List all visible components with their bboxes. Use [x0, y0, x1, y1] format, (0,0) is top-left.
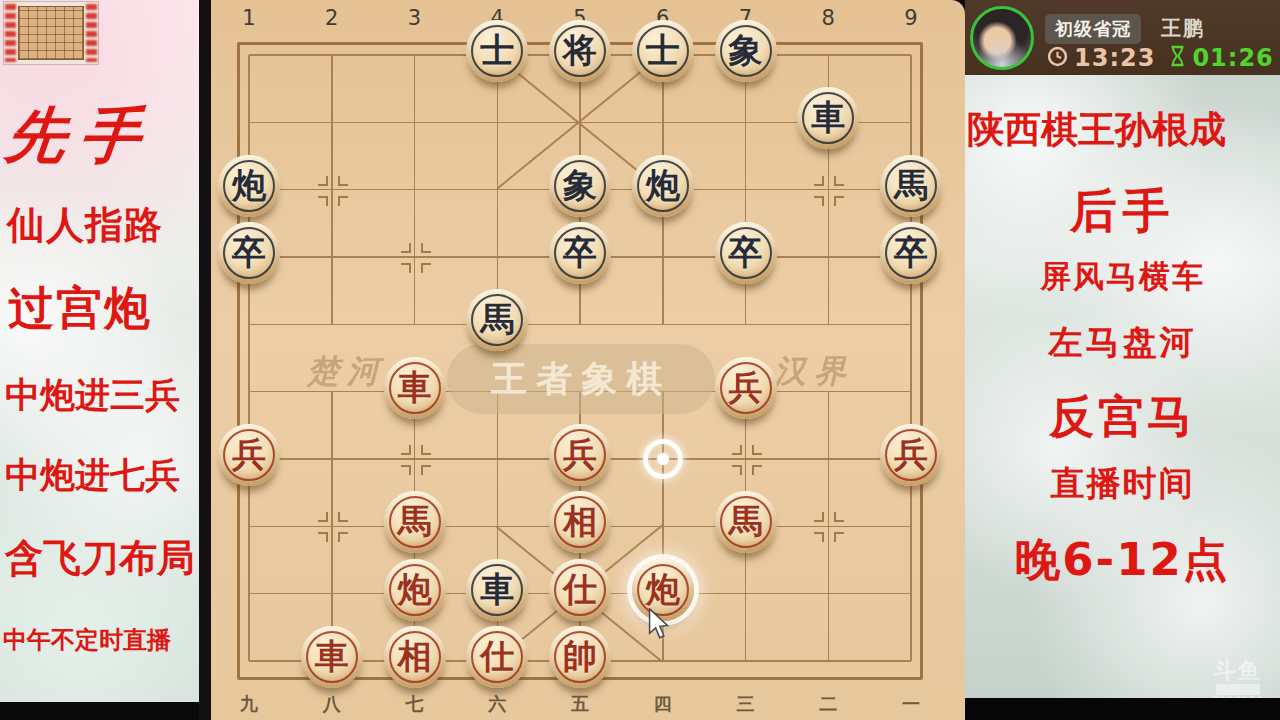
- piece-character: 車: [398, 370, 432, 404]
- piece-black-士[interactable]: 士: [632, 20, 694, 82]
- piece-character: 相: [398, 639, 432, 673]
- right-info-panel: 陕西棋王孙根成 后手 屏风马横车 左马盘河 反宫马 直播时间 晚6-12点 斗鱼…: [965, 75, 1280, 698]
- piece-character: 車: [480, 572, 514, 606]
- main-timer: 13:23: [1074, 44, 1155, 72]
- piece-character: 馬: [480, 302, 514, 336]
- file-label-bottom: 一: [891, 692, 931, 716]
- board-watermark: 王者象棋: [447, 344, 715, 414]
- piece-red-車[interactable]: 車: [301, 626, 363, 688]
- piece-black-炮[interactable]: 炮: [218, 155, 280, 217]
- file-label-bottom: 二: [808, 692, 848, 716]
- opening-name-8: 反宫马: [965, 387, 1280, 447]
- file-label-bottom: 九: [229, 692, 269, 716]
- move-origin-marker: [643, 439, 683, 479]
- player-avatar[interactable]: [970, 6, 1034, 70]
- logo-mini-board: [18, 6, 84, 60]
- piece-red-相[interactable]: 相: [384, 626, 446, 688]
- douyu-watermark: 斗鱼 2293920: [1203, 660, 1273, 698]
- douyu-logo: 斗鱼: [1203, 660, 1273, 682]
- piece-character: 炮: [232, 168, 266, 202]
- piece-red-相[interactable]: 相: [549, 491, 611, 553]
- piece-red-兵[interactable]: 兵: [715, 357, 777, 419]
- piece-black-馬[interactable]: 馬: [880, 155, 942, 217]
- opening-name-5: 含飞刀布局: [5, 533, 199, 584]
- stream-schedule-note: 中午不定时直播: [3, 624, 199, 656]
- opening-name-1: 仙人指路: [7, 200, 199, 251]
- piece-character: 将: [563, 33, 597, 67]
- piece-red-馬[interactable]: 馬: [715, 491, 777, 553]
- piece-character: 兵: [894, 437, 928, 471]
- file-label-bottom: 五: [560, 692, 600, 716]
- piece-character: 兵: [232, 437, 266, 471]
- piece-character: 炮: [646, 168, 680, 202]
- piece-black-卒[interactable]: 卒: [218, 222, 280, 284]
- piece-red-馬[interactable]: 馬: [384, 491, 446, 553]
- opening-name-4: 中炮进七兵: [5, 452, 199, 499]
- panel-separator: [199, 0, 211, 720]
- opening-name-3: 中炮进三兵: [5, 372, 199, 419]
- piece-black-象[interactable]: 象: [715, 20, 777, 82]
- piece-character: 象: [563, 168, 597, 202]
- clock-icon: [1047, 46, 1068, 71]
- piece-character: 仕: [480, 639, 514, 673]
- piece-character: 車: [315, 639, 349, 673]
- piece-red-兵[interactable]: 兵: [880, 424, 942, 486]
- piece-character: 士: [480, 33, 514, 67]
- opening-name-6: 屏风马横车: [965, 256, 1280, 298]
- file-label-bottom: 六: [477, 692, 517, 716]
- file-label-top: 3: [395, 6, 435, 30]
- file-label-top: 8: [808, 6, 848, 30]
- piece-red-炮[interactable]: 炮: [384, 559, 446, 621]
- piece-character: 卒: [563, 235, 597, 269]
- piece-black-卒[interactable]: 卒: [715, 222, 777, 284]
- piece-character: 炮: [398, 572, 432, 606]
- file-label-top: 1: [229, 6, 269, 30]
- douyu-sub-box: [1216, 684, 1260, 695]
- piece-red-仕[interactable]: 仕: [549, 559, 611, 621]
- piece-red-帥[interactable]: 帥: [549, 626, 611, 688]
- rank-badge: 初级省冠: [1045, 14, 1141, 44]
- piece-red-車[interactable]: 車: [384, 357, 446, 419]
- piece-black-卒[interactable]: 卒: [549, 222, 611, 284]
- opening-name-2: 过宫炮: [8, 278, 199, 340]
- mouse-cursor: [646, 608, 670, 644]
- player-name: 王鹏: [1161, 15, 1205, 42]
- piece-character: 卒: [894, 235, 928, 269]
- second-move-label: 后手: [965, 180, 1280, 243]
- piece-character: 兵: [563, 437, 597, 471]
- hourglass-icon: [1169, 45, 1186, 71]
- file-label-top: 9: [891, 6, 931, 30]
- file-label-top: 2: [312, 6, 352, 30]
- first-move-label: 先手: [2, 96, 199, 177]
- logo-red-text-strip: [86, 4, 97, 62]
- opening-name-7: 左马盘河: [965, 320, 1280, 366]
- piece-character: 馬: [894, 168, 928, 202]
- piece-black-象[interactable]: 象: [549, 155, 611, 217]
- piece-character: 帥: [563, 639, 597, 673]
- piece-black-卒[interactable]: 卒: [880, 222, 942, 284]
- piece-red-兵[interactable]: 兵: [549, 424, 611, 486]
- piece-character: 卒: [232, 235, 266, 269]
- piece-character: 相: [563, 504, 597, 538]
- channel-logo: [4, 2, 98, 64]
- move-timer: 01:26: [1192, 44, 1273, 72]
- piece-black-将[interactable]: 将: [549, 20, 611, 82]
- opponent-title: 陕西棋王孙根成: [967, 105, 1280, 155]
- piece-character: 士: [646, 33, 680, 67]
- piece-character: 卒: [729, 235, 763, 269]
- file-label-bottom: 四: [643, 692, 683, 716]
- piece-character: 仕: [563, 572, 597, 606]
- stream-time-value: 晚6-12点: [965, 530, 1280, 590]
- file-label-bottom: 七: [395, 692, 435, 716]
- piece-character: 炮: [646, 572, 680, 606]
- letterbox-bar: [0, 702, 199, 720]
- piece-character: 兵: [729, 370, 763, 404]
- piece-character: 象: [729, 33, 763, 67]
- logo-red-text-strip: [5, 4, 16, 62]
- stream-time-label: 直播时间: [965, 461, 1280, 507]
- piece-character: 馬: [398, 504, 432, 538]
- piece-black-車[interactable]: 車: [466, 559, 528, 621]
- xiangqi-board[interactable]: 楚河 汉界 王者象棋 123456789 九八七六五四三二一 士将士象車炮象炮馬…: [211, 0, 965, 720]
- piece-character: 馬: [729, 504, 763, 538]
- piece-red-兵[interactable]: 兵: [218, 424, 280, 486]
- left-info-panel: 先手 仙人指路 过宫炮 中炮进三兵 中炮进七兵 含飞刀布局 中午不定时直播: [0, 0, 199, 720]
- file-label-bottom: 八: [312, 692, 352, 716]
- letterbox-bar: [965, 698, 1280, 720]
- piece-character: 車: [811, 100, 845, 134]
- player-info-bar: 初级省冠 王鹏 13:23 01:26: [965, 0, 1280, 75]
- piece-black-炮[interactable]: 炮: [632, 155, 694, 217]
- piece-red-仕[interactable]: 仕: [466, 626, 528, 688]
- file-label-bottom: 三: [726, 692, 766, 716]
- piece-black-士[interactable]: 士: [466, 20, 528, 82]
